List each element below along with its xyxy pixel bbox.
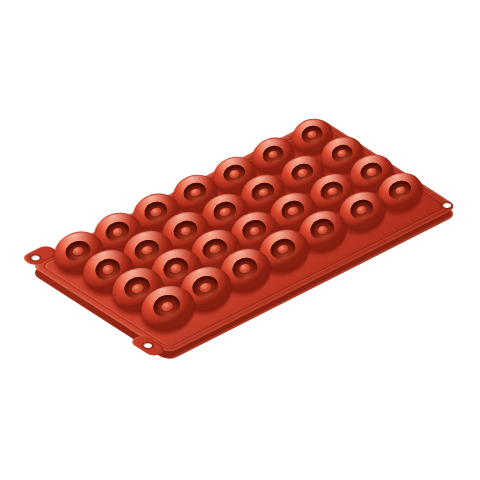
- hanging-hole-left: [29, 254, 41, 261]
- hanging-hole-bottom: [142, 342, 154, 349]
- product-photo: [0, 0, 480, 480]
